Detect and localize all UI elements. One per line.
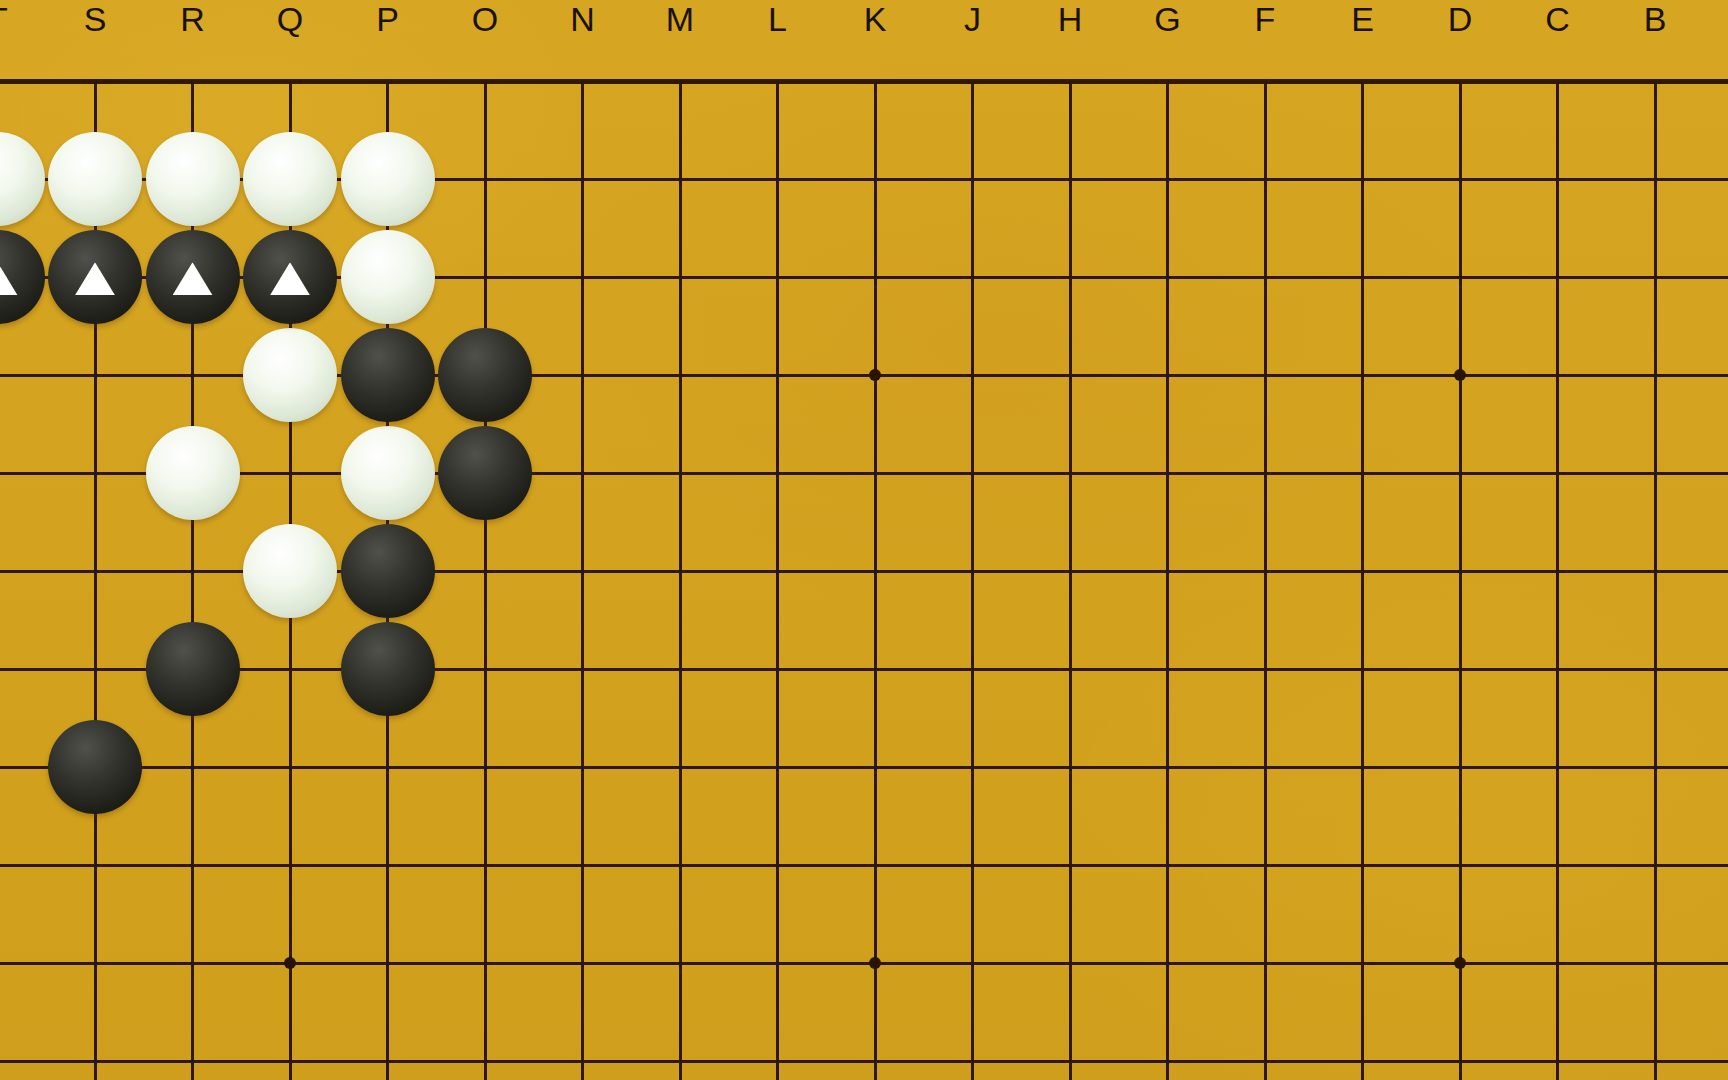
column-label-N: N	[553, 0, 613, 38]
column-label-T: T	[0, 0, 28, 38]
grid-vline-N	[581, 79, 584, 1080]
column-label-G: G	[1138, 0, 1198, 38]
stone-white-R15[interactable]	[146, 426, 240, 520]
star-point-K16	[869, 369, 881, 381]
grid-hline-row-15	[0, 472, 1728, 475]
grid-hline-row-10	[0, 962, 1728, 965]
grid-hline-row-11	[0, 864, 1728, 867]
stone-black-S17[interactable]	[48, 230, 142, 324]
stone-white-P17[interactable]	[341, 230, 435, 324]
grid-vline-G	[1166, 79, 1169, 1080]
triangle-mark	[173, 262, 213, 295]
star-point-Q10	[284, 957, 296, 969]
column-label-C: C	[1528, 0, 1588, 38]
triangle-mark	[75, 262, 115, 295]
grid-hline-row-13	[0, 668, 1728, 671]
stone-white-P18[interactable]	[341, 132, 435, 226]
column-label-R: R	[163, 0, 223, 38]
stone-black-O15[interactable]	[438, 426, 532, 520]
triangle-mark	[270, 262, 310, 295]
stone-black-P14[interactable]	[341, 524, 435, 618]
star-point-D10	[1454, 957, 1466, 969]
column-label-K: K	[845, 0, 905, 38]
grid-vline-K	[874, 79, 877, 1080]
grid-vline-M	[679, 79, 682, 1080]
triangle-mark	[0, 262, 18, 295]
column-label-F: F	[1235, 0, 1295, 38]
column-label-J: J	[943, 0, 1003, 38]
grid-vline-L	[776, 79, 779, 1080]
column-label-M: M	[650, 0, 710, 38]
stone-white-Q18[interactable]	[243, 132, 337, 226]
stone-white-Q16[interactable]	[243, 328, 337, 422]
go-board[interactable]: TSRQPONMLKJHGFEDCB	[0, 0, 1728, 1080]
grid-vline-E	[1361, 79, 1364, 1080]
star-point-D16	[1454, 369, 1466, 381]
column-label-L: L	[748, 0, 808, 38]
stone-white-T18[interactable]	[0, 132, 45, 226]
stone-white-Q14[interactable]	[243, 524, 337, 618]
column-label-Q: Q	[260, 0, 320, 38]
column-label-H: H	[1040, 0, 1100, 38]
stone-white-S18[interactable]	[48, 132, 142, 226]
grid-vline-H	[1069, 79, 1072, 1080]
column-label-O: O	[455, 0, 515, 38]
column-label-E: E	[1333, 0, 1393, 38]
column-label-B: B	[1625, 0, 1685, 38]
grid-hline-row-19	[0, 79, 1728, 84]
stone-black-P16[interactable]	[341, 328, 435, 422]
grid-vline-O	[484, 79, 487, 1080]
grid-vline-D	[1459, 79, 1462, 1080]
grid-vline-C	[1556, 79, 1559, 1080]
stone-black-T17[interactable]	[0, 230, 45, 324]
grid-vline-F	[1264, 79, 1267, 1080]
grid-vline-B	[1654, 79, 1657, 1080]
stone-black-R17[interactable]	[146, 230, 240, 324]
grid-hline-row-12	[0, 766, 1728, 769]
stone-black-O16[interactable]	[438, 328, 532, 422]
grid-vline-J	[971, 79, 974, 1080]
column-label-S: S	[65, 0, 125, 38]
grid-vline-S	[94, 79, 97, 1080]
stone-black-S12[interactable]	[48, 720, 142, 814]
stone-white-P15[interactable]	[341, 426, 435, 520]
stone-black-Q17[interactable]	[243, 230, 337, 324]
grid-vline-R	[191, 79, 194, 1080]
stone-white-R18[interactable]	[146, 132, 240, 226]
column-label-D: D	[1430, 0, 1490, 38]
stone-black-P13[interactable]	[341, 622, 435, 716]
grid-hline-row-9	[0, 1060, 1728, 1063]
column-label-P: P	[358, 0, 418, 38]
stone-black-R13[interactable]	[146, 622, 240, 716]
star-point-K10	[869, 957, 881, 969]
